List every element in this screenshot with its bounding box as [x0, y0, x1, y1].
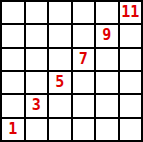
cell-r0c1[interactable] [26, 2, 48, 23]
cell-r3c4[interactable] [96, 72, 118, 93]
cell-r1c3[interactable] [73, 25, 95, 46]
cell-r0c4[interactable] [96, 2, 118, 23]
cell-r5c0-clue[interactable]: 1 [2, 119, 24, 140]
cell-r2c5[interactable] [120, 49, 142, 70]
cell-r5c3[interactable] [73, 119, 95, 140]
cell-r4c2[interactable] [49, 95, 71, 116]
cell-r2c0[interactable] [2, 49, 24, 70]
cell-r4c3[interactable] [73, 95, 95, 116]
cell-r2c3-clue[interactable]: 7 [73, 49, 95, 70]
cell-r2c1[interactable] [26, 49, 48, 70]
cell-r3c0[interactable] [2, 72, 24, 93]
cell-r5c2[interactable] [49, 119, 71, 140]
cell-r4c0[interactable] [2, 95, 24, 116]
cell-r0c5-clue[interactable]: 11 [120, 2, 142, 23]
cell-r3c5[interactable] [120, 72, 142, 93]
cell-r3c2-clue[interactable]: 5 [49, 72, 71, 93]
cell-r1c1[interactable] [26, 25, 48, 46]
cell-r0c0[interactable] [2, 2, 24, 23]
cell-r1c4-clue[interactable]: 9 [96, 25, 118, 46]
cell-r5c1[interactable] [26, 119, 48, 140]
cell-r4c1-clue[interactable]: 3 [26, 95, 48, 116]
cell-r3c1[interactable] [26, 72, 48, 93]
cell-r3c3[interactable] [73, 72, 95, 93]
cell-r5c5[interactable] [120, 119, 142, 140]
puzzle-board: 1197531 [0, 0, 143, 142]
cell-r2c2[interactable] [49, 49, 71, 70]
cell-r0c2[interactable] [49, 2, 71, 23]
cell-r1c5[interactable] [120, 25, 142, 46]
cell-r1c2[interactable] [49, 25, 71, 46]
cell-r4c4[interactable] [96, 95, 118, 116]
cell-r0c3[interactable] [73, 2, 95, 23]
cell-r2c4[interactable] [96, 49, 118, 70]
cell-r1c0[interactable] [2, 25, 24, 46]
cell-r5c4[interactable] [96, 119, 118, 140]
cell-r4c5[interactable] [120, 95, 142, 116]
